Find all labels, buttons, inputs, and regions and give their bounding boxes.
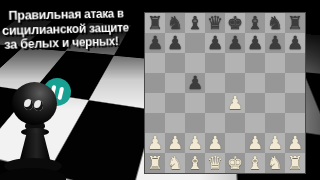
square-g7: ♟: [265, 33, 285, 53]
square-g5: [265, 73, 285, 93]
black-bishop-c8: ♝: [187, 13, 203, 33]
video-thumbnail[interactable]: Правильная атака в сицилианской защите з…: [0, 0, 320, 180]
square-g2: ♟: [265, 133, 285, 153]
square-g6: [265, 53, 285, 73]
white-knight-b1: ♞: [167, 153, 183, 173]
black-knight-g8: ♞: [267, 13, 283, 33]
square-f8: ♝: [245, 13, 265, 33]
square-e4: ♟: [225, 93, 245, 113]
white-pawn-h2: ♟: [287, 133, 303, 153]
square-d7: ♟: [205, 33, 225, 53]
square-c5: ♟: [185, 73, 205, 93]
white-bishop-f1: ♝: [247, 153, 263, 173]
square-d5: [205, 73, 225, 93]
square-b8: ♞: [165, 13, 185, 33]
white-queen-d1: ♛: [207, 153, 223, 173]
square-e5: [225, 73, 245, 93]
white-king-e1: ♚: [227, 153, 243, 173]
square-d1: ♛: [205, 153, 225, 173]
square-c7: [185, 33, 205, 53]
white-pawn-b2: ♟: [167, 133, 183, 153]
square-f6: [245, 53, 265, 73]
square-a7: ♟: [145, 33, 165, 53]
white-pawn-e4: ♟: [227, 93, 243, 113]
black-bishop-f8: ♝: [247, 13, 263, 33]
square-h4: [285, 93, 305, 113]
pawn-right-eye-icon: [34, 100, 43, 111]
square-c3: [185, 113, 205, 133]
square-g8: ♞: [265, 13, 285, 33]
square-c2: ♟: [185, 133, 205, 153]
square-b3: [165, 113, 185, 133]
black-pawn-e7: ♟: [227, 33, 243, 53]
black-pawn-d7: ♟: [207, 33, 223, 53]
square-c4: [185, 93, 205, 113]
square-d4: [205, 93, 225, 113]
square-f3: [245, 113, 265, 133]
square-h6: [285, 53, 305, 73]
black-pawn-f7: ♟: [247, 33, 263, 53]
square-h5: [285, 73, 305, 93]
square-f7: ♟: [245, 33, 265, 53]
black-pawn-g7: ♟: [267, 33, 283, 53]
white-pawn-c2: ♟: [187, 133, 203, 153]
square-h8: ♜: [285, 13, 305, 33]
white-bishop-c1: ♝: [187, 153, 203, 173]
white-rook-h1: ♜: [287, 153, 303, 173]
square-f1: ♝: [245, 153, 265, 173]
square-e2: [225, 133, 245, 153]
square-a4: [145, 93, 165, 113]
black-knight-b8: ♞: [167, 13, 183, 33]
square-a5: [145, 73, 165, 93]
square-f4: [245, 93, 265, 113]
square-e8: ♚: [225, 13, 245, 33]
square-d2: ♟: [205, 133, 225, 153]
square-d3: [205, 113, 225, 133]
square-c1: ♝: [185, 153, 205, 173]
video-title: Правильная атака в сицилианской защите з…: [1, 7, 143, 53]
square-d8: ♛: [205, 13, 225, 33]
square-a3: [145, 113, 165, 133]
chess-board: ♜♞♝♛♚♝♞♜♟♟♟♟♟♟♟♟♟♟♟♟♟♟♟♟♜♞♝♛♚♝♞♜: [145, 13, 305, 173]
square-h3: [285, 113, 305, 133]
black-rook-h8: ♜: [287, 13, 303, 33]
square-g1: ♞: [265, 153, 285, 173]
square-g3: [265, 113, 285, 133]
white-pawn-f2: ♟: [247, 133, 263, 153]
pawn-left-eye-icon: [24, 99, 33, 110]
square-b7: ♟: [165, 33, 185, 53]
black-pawn-a7: ♟: [147, 33, 163, 53]
square-a1: ♜: [145, 153, 165, 173]
black-king-e8: ♚: [227, 13, 243, 33]
white-pawn-a2: ♟: [147, 133, 163, 153]
square-e3: [225, 113, 245, 133]
white-pawn-g2: ♟: [267, 133, 283, 153]
square-h7: ♟: [285, 33, 305, 53]
square-a8: ♜: [145, 13, 165, 33]
square-f5: [245, 73, 265, 93]
black-pawn-b7: ♟: [167, 33, 183, 53]
black-rook-a8: ♜: [147, 13, 163, 33]
white-pawn-d2: ♟: [207, 133, 223, 153]
square-e7: ♟: [225, 33, 245, 53]
square-h1: ♜: [285, 153, 305, 173]
square-e1: ♚: [225, 153, 245, 173]
square-c6: [185, 53, 205, 73]
black-queen-d8: ♛: [207, 13, 223, 33]
black-pawn-c5: ♟: [187, 73, 203, 93]
square-f2: ♟: [245, 133, 265, 153]
square-a6: [145, 53, 165, 73]
square-a2: ♟: [145, 133, 165, 153]
white-knight-g1: ♞: [267, 153, 283, 173]
square-d6: [205, 53, 225, 73]
square-b2: ♟: [165, 133, 185, 153]
square-e6: [225, 53, 245, 73]
square-b4: [165, 93, 185, 113]
white-rook-a1: ♜: [147, 153, 163, 173]
black-pawn-h7: ♟: [287, 33, 303, 53]
square-c8: ♝: [185, 13, 205, 33]
square-b1: ♞: [165, 153, 185, 173]
square-g4: [265, 93, 285, 113]
square-b5: [165, 73, 185, 93]
square-b6: [165, 53, 185, 73]
square-h2: ♟: [285, 133, 305, 153]
